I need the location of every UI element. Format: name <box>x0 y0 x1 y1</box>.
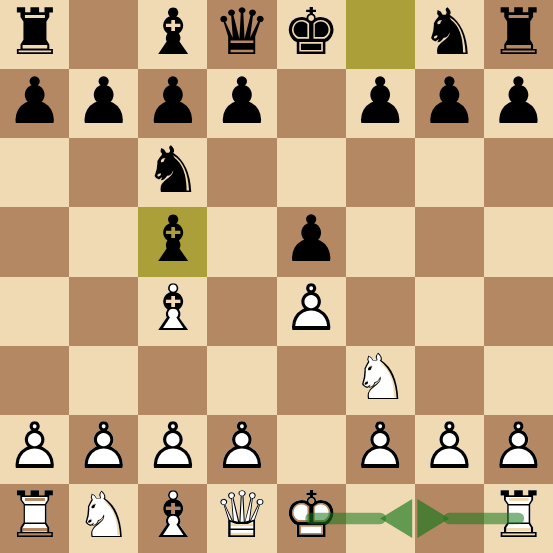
black-bishop-glyph: ♝ <box>144 0 201 64</box>
square-c3[interactable] <box>138 346 207 415</box>
piece-white-knight[interactable]: ♞♘ <box>72 486 136 550</box>
square-h8[interactable]: ♜ <box>484 0 553 69</box>
black-pawn-glyph: ♟ <box>213 69 270 133</box>
square-d7[interactable]: ♟ <box>207 69 276 138</box>
square-g3[interactable] <box>415 346 484 415</box>
square-f7[interactable]: ♟ <box>346 69 415 138</box>
white-pawn-glyph: ♙ <box>352 415 409 479</box>
piece-black-knight[interactable]: ♞ <box>141 141 205 205</box>
square-b7[interactable]: ♟ <box>69 69 138 138</box>
piece-black-pawn[interactable]: ♟ <box>3 72 67 136</box>
white-pawn-glyph: ♙ <box>6 415 63 479</box>
square-b8[interactable] <box>69 0 138 69</box>
piece-black-pawn[interactable]: ♟ <box>348 72 412 136</box>
square-f2[interactable]: ♟♙ <box>346 415 415 484</box>
piece-black-pawn[interactable]: ♟ <box>72 72 136 136</box>
square-g5[interactable] <box>415 207 484 276</box>
square-c5[interactable]: ♝ <box>138 207 207 276</box>
piece-black-bishop[interactable]: ♝ <box>141 210 205 274</box>
piece-white-king[interactable]: ♚♔ <box>279 486 343 550</box>
square-h1[interactable]: ♜♖ <box>484 484 553 553</box>
piece-white-knight[interactable]: ♞♘ <box>348 348 412 412</box>
piece-white-pawn[interactable]: ♟♙ <box>486 417 550 481</box>
square-h2[interactable]: ♟♙ <box>484 415 553 484</box>
white-knight-glyph: ♘ <box>75 484 132 548</box>
black-pawn-glyph: ♟ <box>6 69 63 133</box>
square-h7[interactable]: ♟ <box>484 69 553 138</box>
square-h3[interactable] <box>484 346 553 415</box>
square-f3[interactable]: ♞♘ <box>346 346 415 415</box>
white-pawn-glyph: ♙ <box>490 415 547 479</box>
square-e1[interactable]: ♚♔ <box>277 484 346 553</box>
square-a8[interactable]: ♜ <box>0 0 69 69</box>
square-g1[interactable] <box>415 484 484 553</box>
piece-white-pawn[interactable]: ♟♙ <box>210 417 274 481</box>
piece-white-pawn[interactable]: ♟♙ <box>348 417 412 481</box>
square-c4[interactable]: ♝♗ <box>138 277 207 346</box>
square-e8[interactable]: ♚ <box>277 0 346 69</box>
square-a6[interactable] <box>0 138 69 207</box>
square-g2[interactable]: ♟♙ <box>415 415 484 484</box>
black-knight-glyph: ♞ <box>421 0 478 64</box>
square-g6[interactable] <box>415 138 484 207</box>
piece-black-rook[interactable]: ♜ <box>3 3 67 67</box>
black-rook-glyph: ♜ <box>6 0 63 64</box>
square-g7[interactable]: ♟ <box>415 69 484 138</box>
black-pawn-glyph: ♟ <box>144 69 201 133</box>
black-knight-glyph: ♞ <box>144 138 201 202</box>
white-rook-glyph: ♖ <box>6 484 63 548</box>
square-b4[interactable] <box>69 277 138 346</box>
white-bishop-glyph: ♗ <box>144 484 201 548</box>
black-pawn-glyph: ♟ <box>421 69 478 133</box>
square-a5[interactable] <box>0 207 69 276</box>
square-d4[interactable] <box>207 277 276 346</box>
white-pawn-glyph: ♙ <box>75 415 132 479</box>
piece-black-queen[interactable]: ♛ <box>210 3 274 67</box>
square-e3[interactable] <box>277 346 346 415</box>
square-h4[interactable] <box>484 277 553 346</box>
square-e4[interactable]: ♟♙ <box>277 277 346 346</box>
square-f6[interactable] <box>346 138 415 207</box>
square-d1[interactable]: ♛♕ <box>207 484 276 553</box>
square-d2[interactable]: ♟♙ <box>207 415 276 484</box>
piece-black-pawn[interactable]: ♟ <box>417 72 481 136</box>
square-a1[interactable]: ♜♖ <box>0 484 69 553</box>
square-d8[interactable]: ♛ <box>207 0 276 69</box>
piece-white-pawn[interactable]: ♟♙ <box>3 417 67 481</box>
square-b2[interactable]: ♟♙ <box>69 415 138 484</box>
piece-white-pawn[interactable]: ♟♙ <box>417 417 481 481</box>
black-pawn-glyph: ♟ <box>282 207 339 271</box>
square-a7[interactable]: ♟ <box>0 69 69 138</box>
square-f4[interactable] <box>346 277 415 346</box>
board-squares: ♜♝♛♚♞♜♟♟♟♟♟♟♟♞♝♟♝♗♟♙♞♘♟♙♟♙♟♙♟♙♟♙♟♙♟♙♜♖♞♘… <box>0 0 553 553</box>
square-d5[interactable] <box>207 207 276 276</box>
piece-black-rook[interactable]: ♜ <box>486 3 550 67</box>
piece-white-bishop[interactable]: ♝♗ <box>141 279 205 343</box>
square-b3[interactable] <box>69 346 138 415</box>
square-f5[interactable] <box>346 207 415 276</box>
piece-black-pawn[interactable]: ♟ <box>279 210 343 274</box>
piece-white-rook[interactable]: ♜♖ <box>486 486 550 550</box>
square-e2[interactable] <box>277 415 346 484</box>
square-a3[interactable] <box>0 346 69 415</box>
piece-black-king[interactable]: ♚ <box>279 3 343 67</box>
square-f1[interactable] <box>346 484 415 553</box>
black-rook-glyph: ♜ <box>490 0 547 64</box>
square-g8[interactable]: ♞ <box>415 0 484 69</box>
white-knight-glyph: ♘ <box>352 346 409 410</box>
square-c7[interactable]: ♟ <box>138 69 207 138</box>
white-pawn-glyph: ♙ <box>213 415 270 479</box>
square-c6[interactable]: ♞ <box>138 138 207 207</box>
black-bishop-glyph: ♝ <box>144 207 201 271</box>
square-a2[interactable]: ♟♙ <box>0 415 69 484</box>
piece-black-pawn[interactable]: ♟ <box>210 72 274 136</box>
piece-white-pawn[interactable]: ♟♙ <box>141 417 205 481</box>
black-queen-glyph: ♛ <box>213 0 270 64</box>
white-bishop-glyph: ♗ <box>144 277 201 341</box>
square-e6[interactable] <box>277 138 346 207</box>
piece-white-pawn[interactable]: ♟♙ <box>72 417 136 481</box>
piece-black-pawn[interactable]: ♟ <box>141 72 205 136</box>
square-h6[interactable] <box>484 138 553 207</box>
square-e5[interactable]: ♟ <box>277 207 346 276</box>
white-queen-glyph: ♕ <box>213 484 270 548</box>
chess-board: ♜♝♛♚♞♜♟♟♟♟♟♟♟♞♝♟♝♗♟♙♞♘♟♙♟♙♟♙♟♙♟♙♟♙♟♙♜♖♞♘… <box>0 0 553 553</box>
square-g4[interactable] <box>415 277 484 346</box>
white-king-glyph: ♔ <box>282 484 339 548</box>
square-c2[interactable]: ♟♙ <box>138 415 207 484</box>
square-f8[interactable] <box>346 0 415 69</box>
piece-black-pawn[interactable]: ♟ <box>486 72 550 136</box>
piece-white-queen[interactable]: ♛♕ <box>210 486 274 550</box>
black-pawn-glyph: ♟ <box>75 69 132 133</box>
square-e7[interactable] <box>277 69 346 138</box>
square-c1[interactable]: ♝♗ <box>138 484 207 553</box>
square-b5[interactable] <box>69 207 138 276</box>
square-d6[interactable] <box>207 138 276 207</box>
square-b1[interactable]: ♞♘ <box>69 484 138 553</box>
white-rook-glyph: ♖ <box>490 484 547 548</box>
black-king-glyph: ♚ <box>282 0 339 64</box>
piece-white-rook[interactable]: ♜♖ <box>3 486 67 550</box>
piece-black-knight[interactable]: ♞ <box>417 3 481 67</box>
black-pawn-glyph: ♟ <box>490 69 547 133</box>
black-pawn-glyph: ♟ <box>352 69 409 133</box>
piece-black-bishop[interactable]: ♝ <box>141 3 205 67</box>
square-d3[interactable] <box>207 346 276 415</box>
piece-white-bishop[interactable]: ♝♗ <box>141 486 205 550</box>
square-h5[interactable] <box>484 207 553 276</box>
square-c8[interactable]: ♝ <box>138 0 207 69</box>
piece-white-pawn[interactable]: ♟♙ <box>279 279 343 343</box>
white-pawn-glyph: ♙ <box>421 415 478 479</box>
white-pawn-glyph: ♙ <box>282 277 339 341</box>
white-pawn-glyph: ♙ <box>144 415 201 479</box>
square-a4[interactable] <box>0 277 69 346</box>
square-b6[interactable] <box>69 138 138 207</box>
